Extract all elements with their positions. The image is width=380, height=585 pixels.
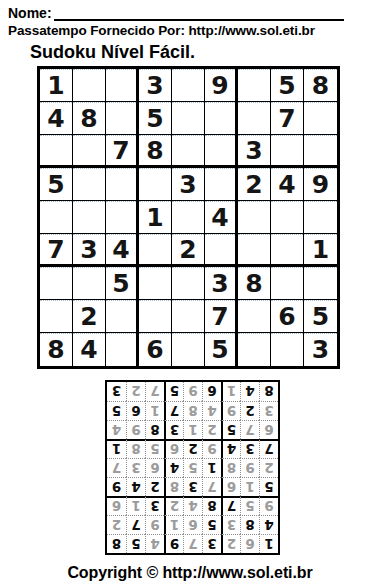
solution-cell-r2c5: 6: [183, 515, 202, 534]
solution-cell-r3c2: 5: [240, 496, 259, 515]
puzzle-cell-r2c2: 8: [73, 102, 106, 135]
solution-cell-r3c5: 4: [183, 496, 202, 515]
puzzle-cell-r7c8: [271, 267, 304, 300]
puzzle-cell-r7c5: [172, 267, 205, 300]
solution-cell-r5c9: 7: [107, 458, 126, 477]
solution-cell-r5c5: 5: [183, 458, 202, 477]
puzzle-cell-r6c3: 4: [106, 234, 139, 267]
solution-cell-r6c3: 4: [221, 439, 240, 458]
puzzle-cell-r7c3: 5: [106, 267, 139, 300]
solution-cell-r5c8: 3: [126, 458, 145, 477]
solution-cell-r7c9: 4: [107, 420, 126, 439]
puzzle-cell-r1c3: [106, 69, 139, 102]
solution-cell-r7c5: 1: [183, 420, 202, 439]
puzzle-cell-r3c2: [73, 135, 106, 168]
solution-cell-r9c9: 3: [107, 382, 126, 401]
solution-cell-r2c9: 2: [107, 515, 126, 534]
solution-cell-r9c1: 8: [259, 382, 278, 401]
puzzle-cell-r9c7: [238, 333, 271, 366]
solution-cell-r4c2: 1: [240, 477, 259, 496]
puzzle-cell-r3c3: 7: [106, 135, 139, 168]
solution-cell-r4c8: 4: [126, 477, 145, 496]
puzzle-cell-r3c4: 8: [139, 135, 172, 168]
puzzle-cell-r1c6: 9: [205, 69, 238, 102]
solution-cell-r4c1: 5: [259, 477, 278, 496]
puzzle-cell-r3c7: 3: [238, 135, 271, 168]
solution-cell-r6c1: 7: [259, 439, 278, 458]
solution-cell-r3c3: 7: [221, 496, 240, 515]
solution-cell-r2c3: 3: [221, 515, 240, 534]
copyright-text: Copyright © http://www.sol.eti.br: [8, 564, 372, 582]
puzzle-cell-r9c9: 3: [304, 333, 337, 366]
puzzle-cell-r3c6: [205, 135, 238, 168]
puzzle-cell-r4c8: 4: [271, 168, 304, 201]
solution-cell-r4c4: 7: [202, 477, 221, 496]
solution-cell-r1c3: 2: [221, 534, 240, 553]
solution-cell-r6c6: 6: [164, 439, 183, 458]
solution-cell-r5c6: 4: [164, 458, 183, 477]
puzzle-cell-r8c4: [139, 300, 172, 333]
puzzle-cell-r3c8: [271, 135, 304, 168]
puzzle-cell-r1c8: 5: [271, 69, 304, 102]
puzzle-cell-r9c6: 5: [205, 333, 238, 366]
puzzle-cell-r9c1: 8: [40, 333, 73, 366]
solution-cell-r2c1: 4: [259, 515, 278, 534]
solution-cell-r3c9: 6: [107, 496, 126, 515]
puzzle-cell-r6c5: 2: [172, 234, 205, 267]
puzzle-cell-r6c4: [139, 234, 172, 267]
puzzle-cell-r2c1: 4: [40, 102, 73, 135]
solution-cell-r3c8: 1: [126, 496, 145, 515]
puzzle-cell-r2c6: [205, 102, 238, 135]
solution-cell-r8c2: 2: [240, 401, 259, 420]
solution-cell-r7c2: 7: [240, 420, 259, 439]
provider-text: Passatempo Fornecido Por: http://www.sol…: [8, 23, 372, 39]
puzzle-cell-r8c1: [40, 300, 73, 333]
solution-cell-r9c7: 7: [145, 382, 164, 401]
solution-cell-r8c8: 6: [126, 401, 145, 420]
puzzle-cell-r1c4: 3: [139, 69, 172, 102]
solution-cell-r4c7: 2: [145, 477, 164, 496]
puzzle-cell-r1c9: 8: [304, 69, 337, 102]
solution-cell-r6c9: 1: [107, 439, 126, 458]
solution-cell-r5c7: 6: [145, 458, 164, 477]
solution-cell-r7c1: 6: [259, 420, 278, 439]
puzzle-cell-r4c5: 3: [172, 168, 205, 201]
solution-cell-r1c4: 3: [202, 534, 221, 553]
puzzle-cell-r7c7: 8: [238, 267, 271, 300]
solution-board: 1623794584835619729578423165167382492981…: [105, 380, 280, 555]
puzzle-cell-r4c3: [106, 168, 139, 201]
puzzle-cell-r8c7: [238, 300, 271, 333]
puzzle-cell-r9c8: [271, 333, 304, 366]
puzzle-cell-r3c5: [172, 135, 205, 168]
puzzle-cell-r1c5: [172, 69, 205, 102]
puzzle-cell-r9c3: [106, 333, 139, 366]
puzzle-cell-r8c6: 7: [205, 300, 238, 333]
solution-cell-r7c4: 2: [202, 420, 221, 439]
puzzle-cell-r8c2: 2: [73, 300, 106, 333]
solution-cell-r2c8: 7: [126, 515, 145, 534]
puzzle-cell-r7c1: [40, 267, 73, 300]
puzzle-cell-r6c6: [205, 234, 238, 267]
solution-cell-r3c4: 8: [202, 496, 221, 515]
puzzle-cell-r9c2: 4: [73, 333, 106, 366]
puzzle-cell-r5c1: [40, 201, 73, 234]
name-fill-line: [54, 5, 344, 21]
puzzle-cell-r1c7: [238, 69, 271, 102]
puzzle-cell-r7c9: [304, 267, 337, 300]
solution-cell-r1c5: 7: [183, 534, 202, 553]
puzzle-cell-r4c4: [139, 168, 172, 201]
puzzle-cell-r4c9: 9: [304, 168, 337, 201]
puzzle-cell-r8c5: [172, 300, 205, 333]
solution-cell-r2c4: 5: [202, 515, 221, 534]
puzzle-cell-r8c3: [106, 300, 139, 333]
solution-cell-r1c7: 4: [145, 534, 164, 553]
solution-cell-r7c6: 3: [164, 420, 183, 439]
solution-cell-r1c2: 6: [240, 534, 259, 553]
solution-cell-r3c7: 3: [145, 496, 164, 515]
page-title: Sudoku Nível Fácil.: [30, 42, 372, 62]
puzzle-cell-r3c1: [40, 135, 73, 168]
puzzle-cell-r1c1: 1: [40, 69, 73, 102]
puzzle-cell-r5c6: 4: [205, 201, 238, 234]
puzzle-cell-r5c2: [73, 201, 106, 234]
puzzle-cell-r2c5: [172, 102, 205, 135]
solution-cell-r8c1: 3: [259, 401, 278, 420]
solution-cell-r7c8: 9: [126, 420, 145, 439]
puzzle-cell-r7c2: [73, 267, 106, 300]
puzzle-cell-r6c8: [271, 234, 304, 267]
solution-cell-r9c3: 1: [221, 382, 240, 401]
solution-cell-r8c5: 8: [183, 401, 202, 420]
puzzle-cell-r5c7: [238, 201, 271, 234]
solution-cell-r8c4: 4: [202, 401, 221, 420]
puzzle-cell-r4c6: [205, 168, 238, 201]
worksheet-page: Nome: Passatempo Fornecido Por: http://w…: [0, 0, 380, 582]
puzzle-cell-r2c8: 7: [271, 102, 304, 135]
solution-cell-r8c9: 5: [107, 401, 126, 420]
puzzle-cell-r8c8: 6: [271, 300, 304, 333]
puzzle-cell-r6c7: [238, 234, 271, 267]
solution-cell-r6c8: 8: [126, 439, 145, 458]
solution-cell-r4c6: 8: [164, 477, 183, 496]
solution-cell-r5c4: 1: [202, 458, 221, 477]
solution-cell-r9c8: 2: [126, 382, 145, 401]
name-label: Nome:: [8, 5, 52, 21]
solution-cell-r3c6: 2: [164, 496, 183, 515]
solution-cell-r6c2: 3: [240, 439, 259, 458]
puzzle-cell-r4c7: 2: [238, 168, 271, 201]
solution-cell-r4c9: 9: [107, 477, 126, 496]
solution-cell-r5c2: 9: [240, 458, 259, 477]
solution-cell-r2c2: 8: [240, 515, 259, 534]
puzzle-cell-r8c9: 5: [304, 300, 337, 333]
solution-cell-r8c7: 1: [145, 401, 164, 420]
solution-cell-r7c7: 8: [145, 420, 164, 439]
solution-cell-r8c3: 9: [221, 401, 240, 420]
solution-cell-r1c1: 1: [259, 534, 278, 553]
puzzle-cell-r2c4: 5: [139, 102, 172, 135]
solution-cell-r6c4: 9: [202, 439, 221, 458]
puzzle-cell-r3c9: [304, 135, 337, 168]
puzzle-cell-r9c5: [172, 333, 205, 366]
solution-cell-r9c5: 9: [183, 382, 202, 401]
puzzle-cell-r2c9: [304, 102, 337, 135]
solution-cell-r3c1: 9: [259, 496, 278, 515]
puzzle-cell-r5c8: [271, 201, 304, 234]
solution-cell-r6c7: 5: [145, 439, 164, 458]
solution-cell-r5c1: 2: [259, 458, 278, 477]
solution-cell-r8c6: 7: [164, 401, 183, 420]
puzzle-cell-r1c2: [73, 69, 106, 102]
puzzle-cell-r4c1: 5: [40, 168, 73, 201]
puzzle-cell-r6c9: 1: [304, 234, 337, 267]
solution-cell-r4c5: 3: [183, 477, 202, 496]
solution-cell-r1c6: 9: [164, 534, 183, 553]
solution-cell-r9c4: 6: [202, 382, 221, 401]
puzzle-cell-r7c4: [139, 267, 172, 300]
solution-cell-r1c8: 5: [126, 534, 145, 553]
puzzle-cell-r5c5: [172, 201, 205, 234]
solution-cell-r1c9: 8: [107, 534, 126, 553]
name-row: Nome:: [8, 4, 372, 21]
puzzle-cell-r5c4: 1: [139, 201, 172, 234]
puzzle-cell-r6c2: 3: [73, 234, 106, 267]
solution-cell-r2c6: 1: [164, 515, 183, 534]
puzzle-cell-r5c9: [304, 201, 337, 234]
solution-cell-r6c5: 2: [183, 439, 202, 458]
puzzle-cell-r5c3: [106, 201, 139, 234]
solution-cell-r7c3: 5: [221, 420, 240, 439]
puzzle-cell-r9c4: 6: [139, 333, 172, 366]
puzzle-cell-r4c2: [73, 168, 106, 201]
puzzle-cell-r7c6: 3: [205, 267, 238, 300]
solution-cell-r4c3: 6: [221, 477, 240, 496]
solution-cell-r9c2: 4: [240, 382, 259, 401]
solution-cell-r9c6: 5: [164, 382, 183, 401]
puzzle-cell-r2c3: [106, 102, 139, 135]
solution-cell-r2c7: 9: [145, 515, 164, 534]
puzzle-cell-r2c7: [238, 102, 271, 135]
puzzle-cell-r6c1: 7: [40, 234, 73, 267]
puzzle-board: 139584857783532491473421538276584653: [37, 66, 340, 369]
solution-cell-r5c3: 8: [221, 458, 240, 477]
